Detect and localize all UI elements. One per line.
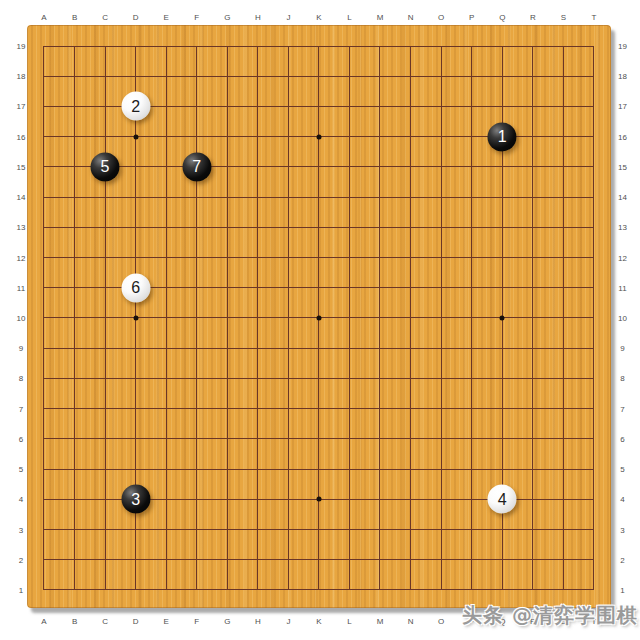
intersection-O19[interactable] [426, 31, 457, 61]
intersection-Q4[interactable]: 4 [487, 484, 518, 514]
intersection-S9[interactable] [548, 333, 579, 363]
intersection-C13[interactable] [90, 212, 121, 242]
intersection-K17[interactable] [304, 91, 335, 121]
intersection-L14[interactable] [334, 182, 365, 212]
intersection-P16[interactable] [456, 122, 487, 152]
intersection-K14[interactable] [304, 182, 335, 212]
intersection-S19[interactable] [548, 31, 579, 61]
intersection-F7[interactable] [181, 394, 212, 424]
intersection-L17[interactable] [334, 91, 365, 121]
intersection-Q17[interactable] [487, 91, 518, 121]
intersection-D3[interactable] [120, 514, 151, 544]
intersection-F8[interactable] [181, 363, 212, 393]
intersection-B7[interactable] [59, 394, 90, 424]
intersection-H12[interactable] [243, 242, 274, 272]
intersection-A4[interactable] [29, 484, 60, 514]
intersection-L2[interactable] [334, 545, 365, 575]
intersection-S8[interactable] [548, 363, 579, 393]
intersection-O15[interactable] [426, 152, 457, 182]
intersection-P12[interactable] [456, 242, 487, 272]
intersection-C17[interactable] [90, 91, 121, 121]
intersection-N16[interactable] [395, 122, 426, 152]
intersection-L11[interactable] [334, 273, 365, 303]
intersection-B5[interactable] [59, 454, 90, 484]
intersection-E5[interactable] [151, 454, 182, 484]
intersection-Q11[interactable] [487, 273, 518, 303]
intersection-L8[interactable] [334, 363, 365, 393]
intersection-B11[interactable] [59, 273, 90, 303]
intersection-D5[interactable] [120, 454, 151, 484]
intersection-R10[interactable] [517, 303, 548, 333]
intersection-S10[interactable] [548, 303, 579, 333]
intersection-M3[interactable] [365, 514, 396, 544]
intersection-N18[interactable] [395, 61, 426, 91]
intersection-B12[interactable] [59, 242, 90, 272]
intersection-T11[interactable] [579, 273, 610, 303]
intersection-C7[interactable] [90, 394, 121, 424]
intersection-G16[interactable] [212, 122, 243, 152]
intersection-P13[interactable] [456, 212, 487, 242]
intersection-S16[interactable] [548, 122, 579, 152]
intersection-C14[interactable] [90, 182, 121, 212]
intersection-F5[interactable] [181, 454, 212, 484]
intersection-R2[interactable] [517, 545, 548, 575]
intersection-J18[interactable] [273, 61, 304, 91]
intersection-D17[interactable]: 2 [120, 91, 151, 121]
intersection-F9[interactable] [181, 333, 212, 363]
intersection-B15[interactable] [59, 152, 90, 182]
intersection-K6[interactable] [304, 424, 335, 454]
intersection-L4[interactable] [334, 484, 365, 514]
intersection-S11[interactable] [548, 273, 579, 303]
intersection-F15[interactable]: 7 [181, 152, 212, 182]
intersection-K13[interactable] [304, 212, 335, 242]
intersection-L9[interactable] [334, 333, 365, 363]
intersection-D4[interactable]: 3 [120, 484, 151, 514]
intersection-K15[interactable] [304, 152, 335, 182]
intersection-Q9[interactable] [487, 333, 518, 363]
intersection-P2[interactable] [456, 545, 487, 575]
intersection-A2[interactable] [29, 545, 60, 575]
intersection-K11[interactable] [304, 273, 335, 303]
intersection-B2[interactable] [59, 545, 90, 575]
intersection-R1[interactable] [517, 575, 548, 605]
intersection-J13[interactable] [273, 212, 304, 242]
intersection-G19[interactable] [212, 31, 243, 61]
intersection-F2[interactable] [181, 545, 212, 575]
intersection-C10[interactable] [90, 303, 121, 333]
intersection-Q3[interactable] [487, 514, 518, 544]
intersection-M19[interactable] [365, 31, 396, 61]
intersection-B8[interactable] [59, 363, 90, 393]
intersection-E10[interactable] [151, 303, 182, 333]
intersection-G6[interactable] [212, 424, 243, 454]
intersection-E11[interactable] [151, 273, 182, 303]
intersection-S13[interactable] [548, 212, 579, 242]
intersection-A7[interactable] [29, 394, 60, 424]
intersection-E4[interactable] [151, 484, 182, 514]
intersection-D2[interactable] [120, 545, 151, 575]
intersection-G12[interactable] [212, 242, 243, 272]
intersection-J5[interactable] [273, 454, 304, 484]
intersection-Q15[interactable] [487, 152, 518, 182]
intersection-C5[interactable] [90, 454, 121, 484]
intersection-J14[interactable] [273, 182, 304, 212]
intersection-N5[interactable] [395, 454, 426, 484]
intersection-N7[interactable] [395, 394, 426, 424]
intersection-G9[interactable] [212, 333, 243, 363]
intersection-F4[interactable] [181, 484, 212, 514]
intersection-E12[interactable] [151, 242, 182, 272]
intersection-E1[interactable] [151, 575, 182, 605]
intersection-G13[interactable] [212, 212, 243, 242]
intersection-R14[interactable] [517, 182, 548, 212]
intersection-B9[interactable] [59, 333, 90, 363]
intersection-D6[interactable] [120, 424, 151, 454]
intersection-Q14[interactable] [487, 182, 518, 212]
intersection-K1[interactable] [304, 575, 335, 605]
intersection-E15[interactable] [151, 152, 182, 182]
intersection-G5[interactable] [212, 454, 243, 484]
intersection-M4[interactable] [365, 484, 396, 514]
intersection-P3[interactable] [456, 514, 487, 544]
intersection-M9[interactable] [365, 333, 396, 363]
intersection-Q12[interactable] [487, 242, 518, 272]
intersection-N4[interactable] [395, 484, 426, 514]
intersection-D14[interactable] [120, 182, 151, 212]
intersection-R13[interactable] [517, 212, 548, 242]
intersection-Q13[interactable] [487, 212, 518, 242]
intersection-G4[interactable] [212, 484, 243, 514]
intersection-O10[interactable] [426, 303, 457, 333]
intersection-H3[interactable] [243, 514, 274, 544]
intersection-K9[interactable] [304, 333, 335, 363]
intersection-M17[interactable] [365, 91, 396, 121]
intersection-P7[interactable] [456, 394, 487, 424]
intersection-C6[interactable] [90, 424, 121, 454]
intersection-P11[interactable] [456, 273, 487, 303]
intersection-N11[interactable] [395, 273, 426, 303]
intersection-E8[interactable] [151, 363, 182, 393]
intersection-T17[interactable] [579, 91, 610, 121]
intersection-Q5[interactable] [487, 454, 518, 484]
intersection-N13[interactable] [395, 212, 426, 242]
intersection-N10[interactable] [395, 303, 426, 333]
intersection-S1[interactable] [548, 575, 579, 605]
intersection-D10[interactable] [120, 303, 151, 333]
intersection-M5[interactable] [365, 454, 396, 484]
intersection-H16[interactable] [243, 122, 274, 152]
intersection-M15[interactable] [365, 152, 396, 182]
intersection-T6[interactable] [579, 424, 610, 454]
intersection-K4[interactable] [304, 484, 335, 514]
intersection-N17[interactable] [395, 91, 426, 121]
intersection-B18[interactable] [59, 61, 90, 91]
intersection-E18[interactable] [151, 61, 182, 91]
intersection-K7[interactable] [304, 394, 335, 424]
intersection-G14[interactable] [212, 182, 243, 212]
intersection-B4[interactable] [59, 484, 90, 514]
intersection-L7[interactable] [334, 394, 365, 424]
intersection-P10[interactable] [456, 303, 487, 333]
intersection-A5[interactable] [29, 454, 60, 484]
intersection-N14[interactable] [395, 182, 426, 212]
intersection-B6[interactable] [59, 424, 90, 454]
intersection-R11[interactable] [517, 273, 548, 303]
intersection-Q2[interactable] [487, 545, 518, 575]
intersection-C2[interactable] [90, 545, 121, 575]
intersection-J10[interactable] [273, 303, 304, 333]
intersection-F6[interactable] [181, 424, 212, 454]
intersection-J12[interactable] [273, 242, 304, 272]
intersection-D8[interactable] [120, 363, 151, 393]
intersection-S15[interactable] [548, 152, 579, 182]
intersection-J9[interactable] [273, 333, 304, 363]
intersection-E7[interactable] [151, 394, 182, 424]
intersection-T2[interactable] [579, 545, 610, 575]
intersection-K19[interactable] [304, 31, 335, 61]
intersection-F13[interactable] [181, 212, 212, 242]
intersection-Q6[interactable] [487, 424, 518, 454]
intersection-H2[interactable] [243, 545, 274, 575]
intersection-E6[interactable] [151, 424, 182, 454]
intersection-R6[interactable] [517, 424, 548, 454]
intersection-O18[interactable] [426, 61, 457, 91]
intersection-Q1[interactable] [487, 575, 518, 605]
intersection-F14[interactable] [181, 182, 212, 212]
intersection-M10[interactable] [365, 303, 396, 333]
intersection-K5[interactable] [304, 454, 335, 484]
intersection-A1[interactable] [29, 575, 60, 605]
intersection-T3[interactable] [579, 514, 610, 544]
intersection-T10[interactable] [579, 303, 610, 333]
intersection-D13[interactable] [120, 212, 151, 242]
intersection-L5[interactable] [334, 454, 365, 484]
intersection-A8[interactable] [29, 363, 60, 393]
intersection-D16[interactable] [120, 122, 151, 152]
intersection-P18[interactable] [456, 61, 487, 91]
intersection-G8[interactable] [212, 363, 243, 393]
intersection-D18[interactable] [120, 61, 151, 91]
intersection-C3[interactable] [90, 514, 121, 544]
intersection-Q10[interactable] [487, 303, 518, 333]
intersection-T16[interactable] [579, 122, 610, 152]
intersection-R17[interactable] [517, 91, 548, 121]
intersection-P17[interactable] [456, 91, 487, 121]
intersection-O12[interactable] [426, 242, 457, 272]
intersection-M11[interactable] [365, 273, 396, 303]
intersection-E9[interactable] [151, 333, 182, 363]
intersection-N15[interactable] [395, 152, 426, 182]
intersection-A3[interactable] [29, 514, 60, 544]
intersection-P8[interactable] [456, 363, 487, 393]
intersection-H10[interactable] [243, 303, 274, 333]
intersection-T7[interactable] [579, 394, 610, 424]
intersection-R19[interactable] [517, 31, 548, 61]
intersection-S14[interactable] [548, 182, 579, 212]
intersection-E17[interactable] [151, 91, 182, 121]
intersection-L6[interactable] [334, 424, 365, 454]
intersection-P19[interactable] [456, 31, 487, 61]
intersection-A18[interactable] [29, 61, 60, 91]
intersection-J8[interactable] [273, 363, 304, 393]
intersection-O3[interactable] [426, 514, 457, 544]
intersection-G1[interactable] [212, 575, 243, 605]
intersection-L13[interactable] [334, 212, 365, 242]
intersection-D9[interactable] [120, 333, 151, 363]
intersection-P9[interactable] [456, 333, 487, 363]
intersection-N12[interactable] [395, 242, 426, 272]
intersection-Q18[interactable] [487, 61, 518, 91]
intersection-J11[interactable] [273, 273, 304, 303]
intersection-R9[interactable] [517, 333, 548, 363]
intersection-O5[interactable] [426, 454, 457, 484]
intersection-L10[interactable] [334, 303, 365, 333]
intersection-H5[interactable] [243, 454, 274, 484]
intersection-J4[interactable] [273, 484, 304, 514]
intersection-J3[interactable] [273, 514, 304, 544]
intersection-R18[interactable] [517, 61, 548, 91]
intersection-H17[interactable] [243, 91, 274, 121]
intersection-T8[interactable] [579, 363, 610, 393]
intersection-J2[interactable] [273, 545, 304, 575]
intersection-Q19[interactable] [487, 31, 518, 61]
intersection-R15[interactable] [517, 152, 548, 182]
intersection-T9[interactable] [579, 333, 610, 363]
intersection-C9[interactable] [90, 333, 121, 363]
intersection-K12[interactable] [304, 242, 335, 272]
intersection-K18[interactable] [304, 61, 335, 91]
intersection-G11[interactable] [212, 273, 243, 303]
intersection-A10[interactable] [29, 303, 60, 333]
intersection-G7[interactable] [212, 394, 243, 424]
intersection-F17[interactable] [181, 91, 212, 121]
intersection-F11[interactable] [181, 273, 212, 303]
intersection-N2[interactable] [395, 545, 426, 575]
intersection-S4[interactable] [548, 484, 579, 514]
intersection-O6[interactable] [426, 424, 457, 454]
intersection-K16[interactable] [304, 122, 335, 152]
intersection-J19[interactable] [273, 31, 304, 61]
intersection-A17[interactable] [29, 91, 60, 121]
intersection-J16[interactable] [273, 122, 304, 152]
intersection-R5[interactable] [517, 454, 548, 484]
intersection-L1[interactable] [334, 575, 365, 605]
intersection-J7[interactable] [273, 394, 304, 424]
intersection-P5[interactable] [456, 454, 487, 484]
intersection-F12[interactable] [181, 242, 212, 272]
intersection-P15[interactable] [456, 152, 487, 182]
intersection-O13[interactable] [426, 212, 457, 242]
intersection-S6[interactable] [548, 424, 579, 454]
intersection-H14[interactable] [243, 182, 274, 212]
intersection-D7[interactable] [120, 394, 151, 424]
intersection-B3[interactable] [59, 514, 90, 544]
intersection-T15[interactable] [579, 152, 610, 182]
intersection-F10[interactable] [181, 303, 212, 333]
intersection-L3[interactable] [334, 514, 365, 544]
intersection-O1[interactable] [426, 575, 457, 605]
intersection-C18[interactable] [90, 61, 121, 91]
intersection-E2[interactable] [151, 545, 182, 575]
intersection-E3[interactable] [151, 514, 182, 544]
intersection-H7[interactable] [243, 394, 274, 424]
intersection-N3[interactable] [395, 514, 426, 544]
intersection-N1[interactable] [395, 575, 426, 605]
intersection-J15[interactable] [273, 152, 304, 182]
intersection-G3[interactable] [212, 514, 243, 544]
intersection-F16[interactable] [181, 122, 212, 152]
intersection-S12[interactable] [548, 242, 579, 272]
intersection-E13[interactable] [151, 212, 182, 242]
intersection-A9[interactable] [29, 333, 60, 363]
intersection-L12[interactable] [334, 242, 365, 272]
intersection-B16[interactable] [59, 122, 90, 152]
intersection-M6[interactable] [365, 424, 396, 454]
intersection-H18[interactable] [243, 61, 274, 91]
intersection-E14[interactable] [151, 182, 182, 212]
intersection-B19[interactable] [59, 31, 90, 61]
intersection-D15[interactable] [120, 152, 151, 182]
intersection-L18[interactable] [334, 61, 365, 91]
intersection-B17[interactable] [59, 91, 90, 121]
intersection-N19[interactable] [395, 31, 426, 61]
intersection-D12[interactable] [120, 242, 151, 272]
intersection-A11[interactable] [29, 273, 60, 303]
intersection-H19[interactable] [243, 31, 274, 61]
intersection-J17[interactable] [273, 91, 304, 121]
intersection-K2[interactable] [304, 545, 335, 575]
intersection-R8[interactable] [517, 363, 548, 393]
intersection-H6[interactable] [243, 424, 274, 454]
intersection-L15[interactable] [334, 152, 365, 182]
intersection-D11[interactable]: 6 [120, 273, 151, 303]
intersection-T5[interactable] [579, 454, 610, 484]
intersection-C16[interactable] [90, 122, 121, 152]
intersection-S5[interactable] [548, 454, 579, 484]
intersection-C12[interactable] [90, 242, 121, 272]
intersection-F3[interactable] [181, 514, 212, 544]
intersection-G15[interactable] [212, 152, 243, 182]
intersection-S17[interactable] [548, 91, 579, 121]
intersection-A16[interactable] [29, 122, 60, 152]
intersection-B10[interactable] [59, 303, 90, 333]
intersection-B1[interactable] [59, 575, 90, 605]
intersection-M2[interactable] [365, 545, 396, 575]
intersection-G18[interactable] [212, 61, 243, 91]
intersection-G17[interactable] [212, 91, 243, 121]
intersection-O8[interactable] [426, 363, 457, 393]
intersection-A14[interactable] [29, 182, 60, 212]
intersection-A15[interactable] [29, 152, 60, 182]
intersection-O14[interactable] [426, 182, 457, 212]
intersection-C1[interactable] [90, 575, 121, 605]
intersection-C4[interactable] [90, 484, 121, 514]
intersection-O2[interactable] [426, 545, 457, 575]
intersection-C19[interactable] [90, 31, 121, 61]
intersection-P6[interactable] [456, 424, 487, 454]
intersection-R3[interactable] [517, 514, 548, 544]
intersection-S2[interactable] [548, 545, 579, 575]
intersection-F19[interactable] [181, 31, 212, 61]
intersection-E19[interactable] [151, 31, 182, 61]
intersection-T18[interactable] [579, 61, 610, 91]
intersection-C15[interactable]: 5 [90, 152, 121, 182]
intersection-H8[interactable] [243, 363, 274, 393]
intersection-B14[interactable] [59, 182, 90, 212]
intersection-P4[interactable] [456, 484, 487, 514]
intersection-Q8[interactable] [487, 363, 518, 393]
